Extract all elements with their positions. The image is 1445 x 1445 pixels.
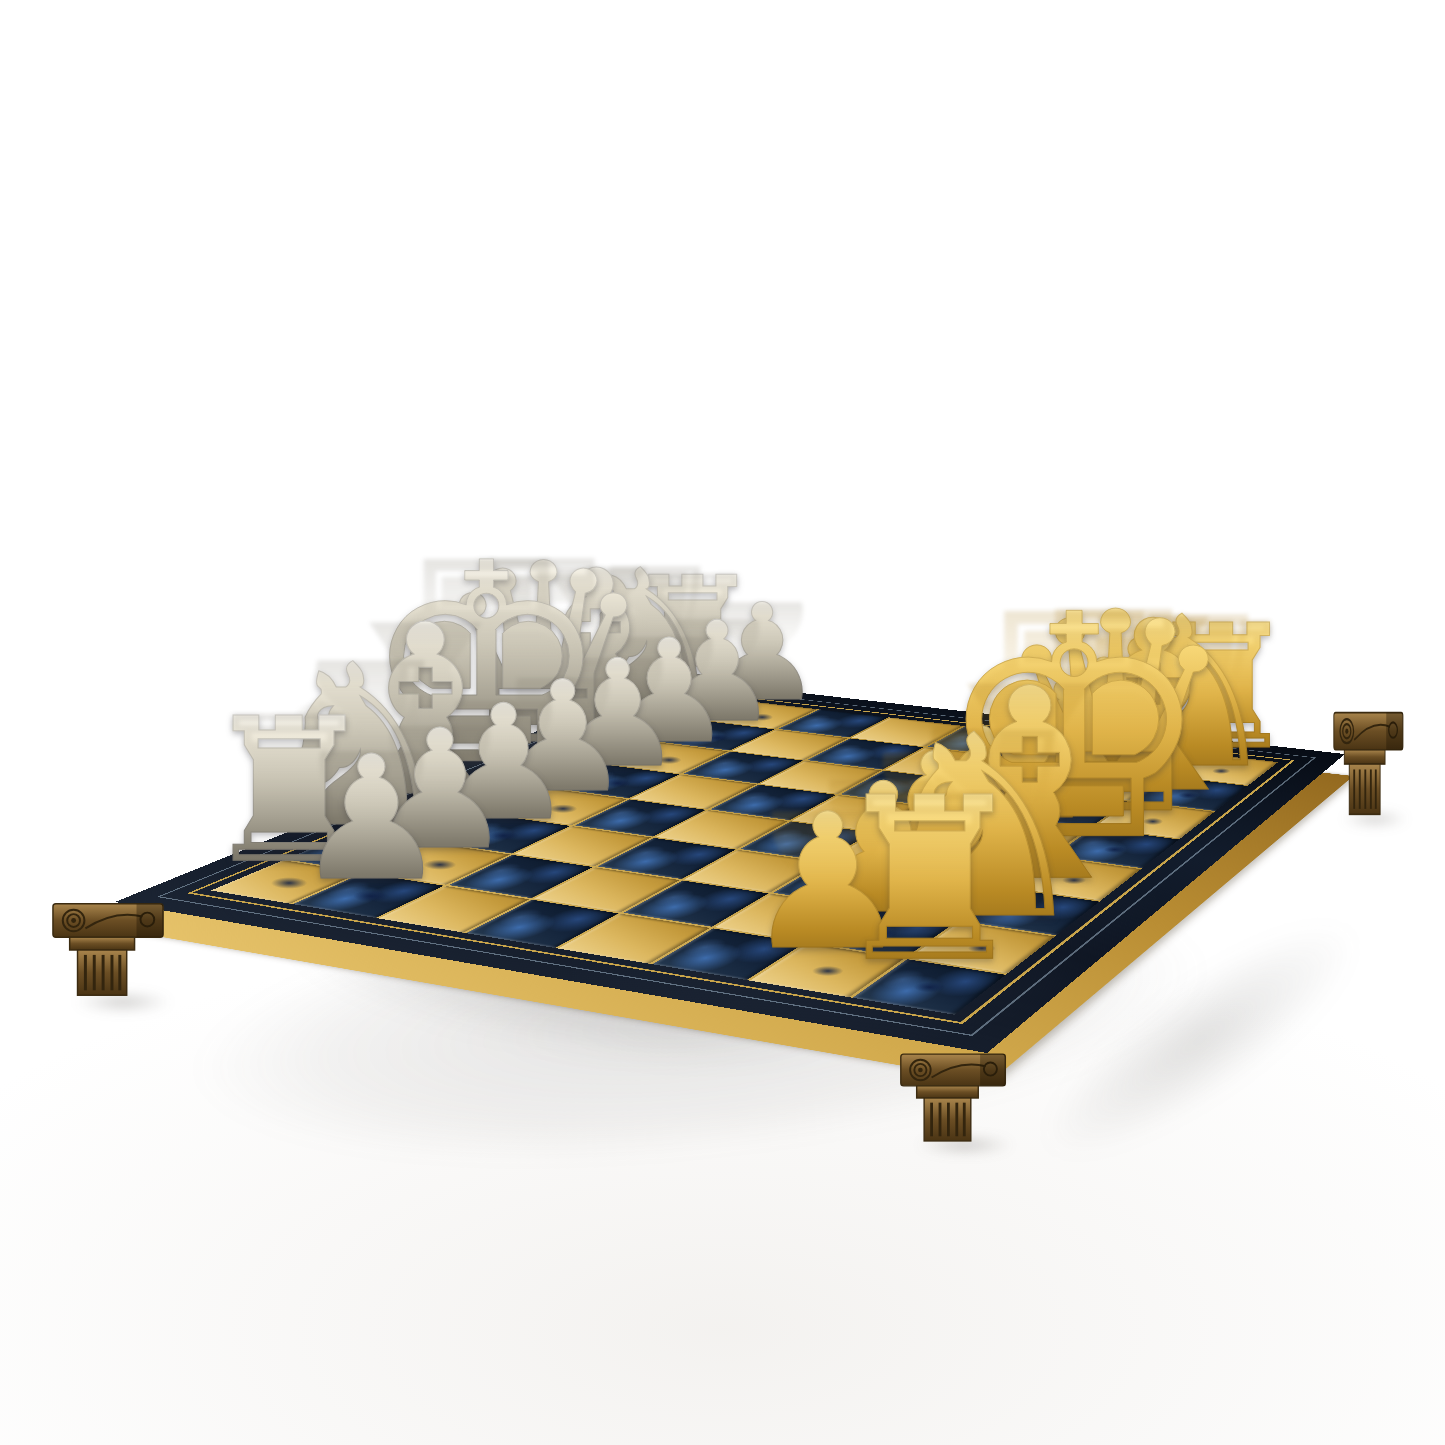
piece-reflection: ♜ xyxy=(828,759,1030,984)
piece-gold-rook[interactable]: ♜♜ xyxy=(828,768,1030,993)
piece-reflection: ♟ xyxy=(295,726,448,897)
piece-silver-pawn[interactable]: ♟♟ xyxy=(295,733,448,904)
chess-set-photo: ♜♜♞♞♝♝♚♚♛♛♝♝♞♞♜♜♟♟♟♟♟♟♟♟♟♟♟♟♟♟♟♟♟♟♟♟♟♟♟♟… xyxy=(0,0,1445,1445)
pieces-layer: ♜♜♞♞♝♝♚♚♛♛♝♝♞♞♜♜♟♟♟♟♟♟♟♟♟♟♟♟♟♟♟♟♟♟♟♟♟♟♟♟… xyxy=(0,0,1445,1445)
